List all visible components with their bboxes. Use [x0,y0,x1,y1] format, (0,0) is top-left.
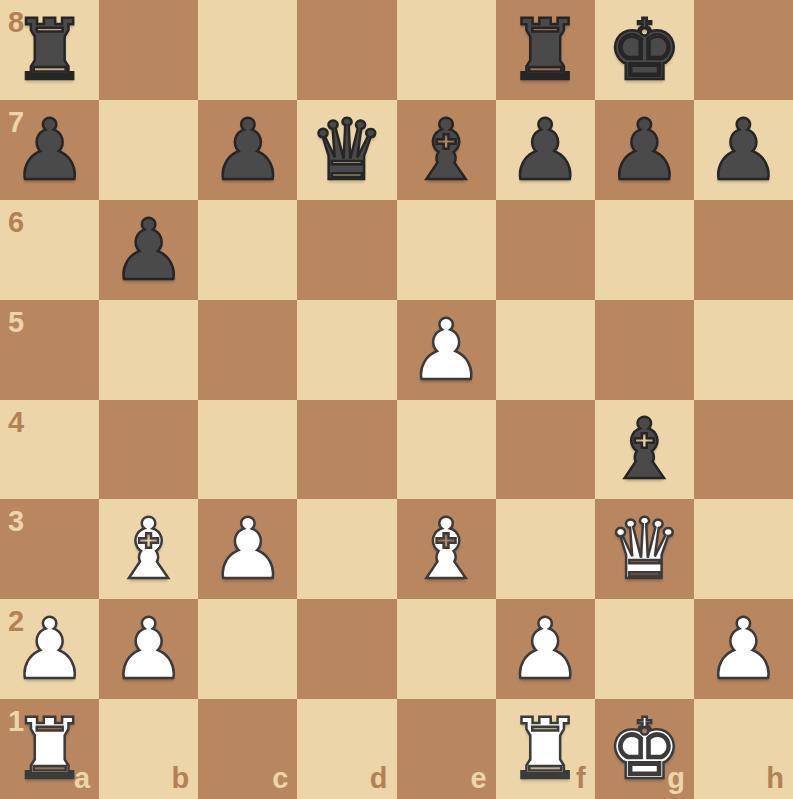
square-h3[interactable] [694,499,793,599]
square-d3[interactable] [297,499,396,599]
white-rook-a1[interactable]: ♜ [12,707,87,791]
square-e2[interactable] [397,599,496,699]
black-queen-d7[interactable]: ♛ [309,108,384,192]
square-h8[interactable] [694,0,793,100]
square-g7[interactable]: ♟ [595,100,694,200]
file-label-d: d [370,764,388,793]
square-c5[interactable] [198,300,297,400]
white-pawn-e5[interactable]: ♟ [408,308,483,392]
square-c8[interactable] [198,0,297,100]
square-a7[interactable]: 7♟ [0,100,99,200]
white-queen-g3[interactable]: ♛ [607,507,682,591]
square-h6[interactable] [694,200,793,300]
square-f8[interactable]: ♜ [496,0,595,100]
square-g2[interactable] [595,599,694,699]
file-label-e: e [470,764,486,793]
square-c2[interactable] [198,599,297,699]
square-d8[interactable] [297,0,396,100]
white-pawn-f2[interactable]: ♟ [508,607,583,691]
square-c6[interactable] [198,200,297,300]
square-g3[interactable]: ♛ [595,499,694,599]
black-pawn-f7[interactable]: ♟ [508,108,583,192]
square-b3[interactable]: ♝ [99,499,198,599]
square-e4[interactable] [397,400,496,500]
square-h1[interactable]: h [694,699,793,799]
square-e1[interactable]: e [397,699,496,799]
black-rook-a8[interactable]: ♜ [12,8,87,92]
square-d2[interactable] [297,599,396,699]
black-rook-f8[interactable]: ♜ [508,8,583,92]
square-b6[interactable]: ♟ [99,200,198,300]
square-a4[interactable]: 4 [0,400,99,500]
square-a6[interactable]: 6 [0,200,99,300]
square-b2[interactable]: ♟ [99,599,198,699]
file-label-b: b [172,764,190,793]
square-d1[interactable]: d [297,699,396,799]
black-pawn-a7[interactable]: ♟ [12,108,87,192]
black-pawn-b6[interactable]: ♟ [111,208,186,292]
file-label-c: c [272,764,288,793]
white-king-g1[interactable]: ♚ [607,707,682,791]
square-e6[interactable] [397,200,496,300]
black-pawn-g7[interactable]: ♟ [607,108,682,192]
black-king-g8[interactable]: ♚ [607,8,682,92]
square-f4[interactable] [496,400,595,500]
square-d4[interactable] [297,400,396,500]
white-pawn-a2[interactable]: ♟ [12,607,87,691]
square-g1[interactable]: g♚ [595,699,694,799]
square-b5[interactable] [99,300,198,400]
square-h5[interactable] [694,300,793,400]
square-b8[interactable] [99,0,198,100]
rank-label-4: 4 [8,408,24,437]
square-g8[interactable]: ♚ [595,0,694,100]
square-h7[interactable]: ♟ [694,100,793,200]
white-pawn-b2[interactable]: ♟ [111,607,186,691]
white-rook-f1[interactable]: ♜ [508,707,583,791]
square-e8[interactable] [397,0,496,100]
square-e5[interactable]: ♟ [397,300,496,400]
square-g4[interactable]: ♝ [595,400,694,500]
square-e3[interactable]: ♝ [397,499,496,599]
square-a2[interactable]: 2♟ [0,599,99,699]
square-f2[interactable]: ♟ [496,599,595,699]
file-label-h: h [766,764,784,793]
square-a5[interactable]: 5 [0,300,99,400]
square-a1[interactable]: 1a♜ [0,699,99,799]
square-c4[interactable] [198,400,297,500]
black-pawn-c7[interactable]: ♟ [210,108,285,192]
square-c1[interactable]: c [198,699,297,799]
rank-label-5: 5 [8,308,24,337]
square-d6[interactable] [297,200,396,300]
white-bishop-e3[interactable]: ♝ [408,507,483,591]
square-f5[interactable] [496,300,595,400]
square-d5[interactable] [297,300,396,400]
square-b1[interactable]: b [99,699,198,799]
black-bishop-g4[interactable]: ♝ [607,407,682,491]
square-b4[interactable] [99,400,198,500]
square-f3[interactable] [496,499,595,599]
white-pawn-h2[interactable]: ♟ [706,607,781,691]
square-f6[interactable] [496,200,595,300]
square-a3[interactable]: 3 [0,499,99,599]
square-e7[interactable]: ♝ [397,100,496,200]
square-h4[interactable] [694,400,793,500]
rank-label-6: 6 [8,208,24,237]
white-bishop-b3[interactable]: ♝ [111,507,186,591]
square-g5[interactable] [595,300,694,400]
black-pawn-h7[interactable]: ♟ [706,108,781,192]
square-d7[interactable]: ♛ [297,100,396,200]
square-h2[interactable]: ♟ [694,599,793,699]
chess-board: 8♜♜♚7♟♟♛♝♟♟♟6♟5♟4♝3♝♟♝♛2♟♟♟♟1a♜bcdef♜g♚h [0,0,793,799]
rank-label-3: 3 [8,507,24,536]
square-c3[interactable]: ♟ [198,499,297,599]
black-bishop-e7[interactable]: ♝ [408,108,483,192]
square-g6[interactable] [595,200,694,300]
white-pawn-c3[interactable]: ♟ [210,507,285,591]
square-b7[interactable] [99,100,198,200]
square-c7[interactable]: ♟ [198,100,297,200]
square-a8[interactable]: 8♜ [0,0,99,100]
square-f1[interactable]: f♜ [496,699,595,799]
square-f7[interactable]: ♟ [496,100,595,200]
